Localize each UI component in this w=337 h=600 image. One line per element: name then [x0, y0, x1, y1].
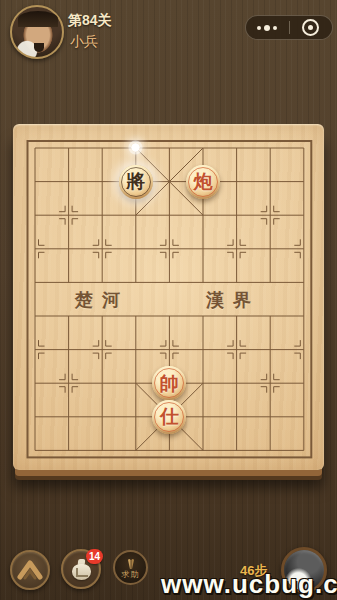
ask-help-button[interactable]: 求助 [113, 550, 148, 585]
more-dots-icon [257, 25, 277, 31]
exit-button[interactable] [290, 16, 333, 39]
piece-red-advisor[interactable]: 仕 [152, 400, 186, 434]
move-indicator-dot[interactable] [131, 143, 140, 152]
hint-bag-button[interactable]: 14 [61, 549, 101, 589]
hint-count-badge: 14 [86, 549, 103, 564]
praying-hands-icon [123, 557, 139, 570]
avatar-hair [18, 11, 58, 27]
more-options-button[interactable] [246, 16, 289, 39]
xiangqi-board[interactable]: 楚河 漢界 將炮帥仕 [13, 124, 324, 470]
menu-button[interactable] [10, 550, 50, 590]
avatar-beard [34, 43, 44, 52]
board-intersections: 將炮帥仕 [18, 131, 320, 467]
rank-title-label: 小兵 [70, 33, 98, 51]
app-screen: 第84关 小兵 楚河 漢界 將炮帥仕 14 求助 46 [0, 0, 337, 600]
watermark: www.ucbug.cc [161, 569, 337, 600]
player-avatar[interactable] [10, 5, 64, 59]
wechat-capsule [245, 15, 333, 40]
piece-black-general[interactable]: 將 [119, 165, 153, 199]
help-label: 求助 [122, 571, 140, 579]
mountain-chevron-icon [16, 558, 44, 582]
piece-red-general[interactable]: 帥 [152, 366, 186, 400]
level-label: 第84关 [68, 12, 112, 30]
piece-red-cannon[interactable]: 炮 [186, 165, 220, 199]
target-dot-icon [302, 19, 319, 36]
